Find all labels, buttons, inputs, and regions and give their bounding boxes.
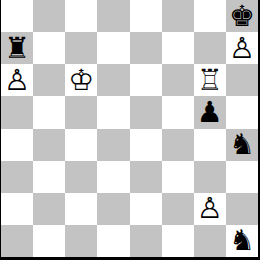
square-f6[interactable] [162,64,194,96]
square-e3[interactable] [130,161,162,193]
square-a4[interactable] [1,129,33,161]
chess-board-frame: ♚♜♙♙♔♖♟♞♙♞ [0,0,260,260]
square-g1[interactable] [194,225,226,257]
square-e2[interactable] [130,193,162,225]
square-a8[interactable] [1,0,33,32]
square-d8[interactable] [97,0,129,32]
square-f3[interactable] [162,161,194,193]
square-g3[interactable] [194,161,226,193]
square-a6[interactable]: ♙ [1,64,33,96]
square-d2[interactable] [97,193,129,225]
square-c5[interactable] [65,96,97,128]
square-d3[interactable] [97,161,129,193]
square-g4[interactable] [194,129,226,161]
square-g6[interactable]: ♖ [194,64,226,96]
square-b2[interactable] [33,193,65,225]
square-h1[interactable]: ♞ [226,225,258,257]
black-knight-piece[interactable]: ♞ [229,130,255,159]
chess-board-grid: ♚♜♙♙♔♖♟♞♙♞ [1,0,258,257]
square-b5[interactable] [33,96,65,128]
square-f8[interactable] [162,0,194,32]
square-h3[interactable] [226,161,258,193]
square-c8[interactable] [65,0,97,32]
square-e1[interactable] [130,225,162,257]
square-c7[interactable] [65,32,97,64]
white-pawn-piece[interactable]: ♙ [197,194,223,223]
square-h8[interactable]: ♚ [226,0,258,32]
square-c1[interactable] [65,225,97,257]
square-f7[interactable] [162,32,194,64]
square-e6[interactable] [130,64,162,96]
white-king-piece[interactable]: ♔ [68,66,94,95]
white-pawn-piece[interactable]: ♙ [4,66,30,95]
square-h5[interactable] [226,96,258,128]
square-f2[interactable] [162,193,194,225]
white-rook-piece[interactable]: ♖ [197,66,223,95]
square-b6[interactable] [33,64,65,96]
square-e8[interactable] [130,0,162,32]
square-d4[interactable] [97,129,129,161]
square-f1[interactable] [162,225,194,257]
square-d5[interactable] [97,96,129,128]
square-e4[interactable] [130,129,162,161]
square-c4[interactable] [65,129,97,161]
black-knight-piece[interactable]: ♞ [229,226,255,255]
black-king-piece[interactable]: ♚ [229,2,255,31]
square-c3[interactable] [65,161,97,193]
square-h6[interactable] [226,64,258,96]
square-d1[interactable] [97,225,129,257]
square-b8[interactable] [33,0,65,32]
square-b4[interactable] [33,129,65,161]
square-a2[interactable] [1,193,33,225]
black-pawn-piece[interactable]: ♟ [197,98,223,127]
square-e5[interactable] [130,96,162,128]
square-b1[interactable] [33,225,65,257]
square-g2[interactable]: ♙ [194,193,226,225]
square-b7[interactable] [33,32,65,64]
square-f5[interactable] [162,96,194,128]
square-g5[interactable]: ♟ [194,96,226,128]
square-g8[interactable] [194,0,226,32]
square-a7[interactable]: ♜ [1,32,33,64]
square-h7[interactable]: ♙ [226,32,258,64]
square-e7[interactable] [130,32,162,64]
square-a5[interactable] [1,96,33,128]
square-d6[interactable] [97,64,129,96]
square-a1[interactable] [1,225,33,257]
square-h2[interactable] [226,193,258,225]
square-b3[interactable] [33,161,65,193]
white-pawn-piece[interactable]: ♙ [229,34,255,63]
square-d7[interactable] [97,32,129,64]
square-c2[interactable] [65,193,97,225]
black-rook-piece[interactable]: ♜ [4,34,30,63]
square-f4[interactable] [162,129,194,161]
square-h4[interactable]: ♞ [226,129,258,161]
square-c6[interactable]: ♔ [65,64,97,96]
square-g7[interactable] [194,32,226,64]
square-a3[interactable] [1,161,33,193]
